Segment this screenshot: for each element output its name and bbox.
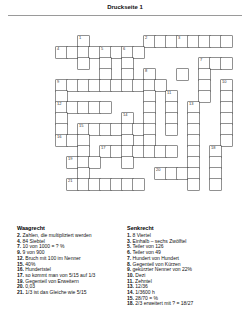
- grid-cell[interactable]: [188, 168, 199, 179]
- grid-cell[interactable]: [89, 80, 100, 91]
- grid-cell[interactable]: [133, 80, 144, 91]
- empty-cell: [111, 91, 122, 102]
- clue-number: 17: [101, 146, 105, 150]
- empty-cell: [177, 80, 188, 91]
- empty-cell: [111, 113, 122, 124]
- grid-cell[interactable]: [166, 124, 177, 135]
- empty-cell: [188, 47, 199, 58]
- empty-cell: [111, 69, 122, 80]
- page-title: Druckseite 1: [0, 4, 250, 10]
- down-header: Senkrecht: [127, 225, 233, 231]
- grid-cell[interactable]: 5: [100, 47, 111, 58]
- grid-cell[interactable]: [89, 47, 100, 58]
- grid-cell[interactable]: 13: [188, 102, 199, 113]
- clue-number: 18: [211, 146, 215, 150]
- empty-cell: [166, 179, 177, 190]
- empty-cell: [111, 157, 122, 168]
- grid-cell[interactable]: 2: [144, 36, 155, 47]
- grid-cell[interactable]: [210, 36, 221, 47]
- grid-cell[interactable]: [111, 146, 122, 157]
- grid-cell[interactable]: [133, 47, 144, 58]
- grid-cell[interactable]: [78, 157, 89, 168]
- empty-cell: [221, 47, 232, 58]
- clue-number: 2: [145, 36, 147, 40]
- grid-cell[interactable]: [155, 80, 166, 91]
- grid-cell[interactable]: [188, 179, 199, 190]
- empty-cell: [89, 146, 100, 157]
- grid-cell[interactable]: [144, 124, 155, 135]
- empty-cell: [199, 168, 210, 179]
- empty-cell: [177, 157, 188, 168]
- grid-cell[interactable]: [221, 36, 232, 47]
- empty-cell: [177, 179, 188, 190]
- grid-cell[interactable]: [199, 80, 210, 91]
- grid-cell[interactable]: [166, 146, 177, 157]
- empty-cell: [210, 102, 221, 113]
- empty-cell: [221, 157, 232, 168]
- empty-cell: [221, 179, 232, 190]
- grid-cell[interactable]: [221, 124, 232, 135]
- grid-cell[interactable]: [100, 58, 111, 69]
- grid-cell[interactable]: 7: [199, 58, 210, 69]
- grid-cell[interactable]: 1: [78, 36, 89, 47]
- grid-cell[interactable]: [221, 113, 232, 124]
- empty-cell: [133, 69, 144, 80]
- clue-number: 6: [123, 47, 125, 51]
- grid-cell[interactable]: [89, 102, 100, 113]
- empty-cell: [177, 135, 188, 146]
- grid-cell[interactable]: [144, 80, 155, 91]
- empty-cell: [78, 69, 89, 80]
- clue-number: 20: [156, 168, 160, 172]
- empty-cell: [111, 135, 122, 146]
- grid-cell[interactable]: [78, 135, 89, 146]
- empty-cell: [155, 47, 166, 58]
- grid-cell[interactable]: [122, 69, 133, 80]
- empty-cell: [155, 113, 166, 124]
- grid-cell[interactable]: [144, 91, 155, 102]
- grid-cell[interactable]: 21: [67, 179, 78, 190]
- empty-cell: [177, 102, 188, 113]
- grid-cell[interactable]: [122, 80, 133, 91]
- empty-cell: [177, 58, 188, 69]
- empty-cell: [133, 113, 144, 124]
- grid-cell[interactable]: [100, 102, 111, 113]
- grid-cell[interactable]: 16: [56, 135, 67, 146]
- grid-cell[interactable]: [100, 124, 111, 135]
- grid-cell[interactable]: [166, 102, 177, 113]
- grid-cell[interactable]: [78, 179, 89, 190]
- empty-cell: [199, 146, 210, 157]
- empty-cell: [133, 58, 144, 69]
- grid-cell[interactable]: [122, 124, 133, 135]
- grid-cell[interactable]: [199, 91, 210, 102]
- empty-cell: [199, 179, 210, 190]
- clue-number: 19: [68, 157, 72, 161]
- empty-cell: [133, 102, 144, 113]
- empty-cell: [199, 135, 210, 146]
- empty-cell: [100, 113, 111, 124]
- grid-cell[interactable]: [210, 168, 221, 179]
- empty-cell: [221, 168, 232, 179]
- grid-cell[interactable]: [89, 157, 100, 168]
- grid-cell[interactable]: [144, 135, 155, 146]
- empty-cell: [56, 179, 67, 190]
- grid-cell[interactable]: [100, 179, 111, 190]
- grid-cell[interactable]: [177, 69, 188, 80]
- grid-cell[interactable]: [155, 146, 166, 157]
- across-clue-list: 2. Zahlen, die multipliziert werden4. 84…: [17, 233, 123, 296]
- empty-cell: [199, 113, 210, 124]
- grid-cell[interactable]: 19: [67, 157, 78, 168]
- grid-cell[interactable]: [188, 124, 199, 135]
- grid-cell[interactable]: [111, 47, 122, 58]
- empty-cell: [188, 58, 199, 69]
- grid-cell[interactable]: [78, 168, 89, 179]
- grid-cell[interactable]: [221, 91, 232, 102]
- empty-cell: [155, 58, 166, 69]
- grid-cell[interactable]: [100, 80, 111, 91]
- empty-cell: [210, 69, 221, 80]
- empty-cell: [155, 102, 166, 113]
- grid-cell[interactable]: [89, 179, 100, 190]
- grid-cell[interactable]: [67, 47, 78, 58]
- empty-cell: [155, 69, 166, 80]
- empty-cell: [111, 58, 122, 69]
- empty-cell: [155, 179, 166, 190]
- crossword-grid: 123456789101112131415161718192021: [56, 36, 232, 190]
- grid-cell[interactable]: [78, 146, 89, 157]
- grid-cell[interactable]: [56, 113, 67, 124]
- empty-cell: [221, 146, 232, 157]
- clue-number: 12: [57, 102, 61, 106]
- empty-cell: [210, 113, 221, 124]
- empty-cell: [56, 146, 67, 157]
- empty-cell: [67, 124, 78, 135]
- empty-cell: [155, 91, 166, 102]
- grid-cell[interactable]: [210, 58, 221, 69]
- grid-cell[interactable]: [199, 69, 210, 80]
- grid-cell[interactable]: [100, 69, 111, 80]
- grid-cell[interactable]: [166, 113, 177, 124]
- grid-cell[interactable]: [78, 58, 89, 69]
- empty-cell: [166, 69, 177, 80]
- empty-cell: [188, 80, 199, 91]
- empty-cell: [133, 168, 144, 179]
- clue-number: 13: [189, 102, 193, 106]
- empty-cell: [210, 80, 221, 91]
- grid-cell[interactable]: [155, 36, 166, 47]
- empty-cell: [133, 157, 144, 168]
- clue-number: 10: [222, 80, 226, 84]
- empty-cell: [56, 168, 67, 179]
- empty-cell: [133, 36, 144, 47]
- empty-cell: [199, 124, 210, 135]
- empty-cell: [89, 58, 100, 69]
- grid-cell[interactable]: [78, 47, 89, 58]
- grid-cell[interactable]: [188, 135, 199, 146]
- grid-cell[interactable]: [133, 179, 144, 190]
- grid-cell[interactable]: [67, 102, 78, 113]
- grid-cell[interactable]: [210, 179, 221, 190]
- clue-number: 5: [101, 47, 103, 51]
- empty-cell: [166, 157, 177, 168]
- grid-cell[interactable]: 11: [166, 91, 177, 102]
- empty-cell: [67, 113, 78, 124]
- empty-cell: [155, 135, 166, 146]
- empty-cell: [177, 91, 188, 102]
- grid-cell[interactable]: [122, 58, 133, 69]
- empty-cell: [144, 47, 155, 58]
- clue-number: 7: [200, 58, 202, 62]
- empty-cell: [166, 58, 177, 69]
- grid-cell[interactable]: [188, 146, 199, 157]
- empty-cell: [133, 135, 144, 146]
- grid-cell[interactable]: [188, 113, 199, 124]
- empty-cell: [177, 113, 188, 124]
- empty-cell: [155, 124, 166, 135]
- grid-cell[interactable]: 9: [56, 80, 67, 91]
- down-clue-list: 1. 8 Viertel3. Einhalb – sechs Zwölftel5…: [127, 233, 233, 307]
- grid-cell[interactable]: [221, 58, 232, 69]
- grid-cell[interactable]: 15: [78, 124, 89, 135]
- clue-item: 21. 1/3 ist das Gleiche wie 5/15: [17, 290, 123, 296]
- empty-cell: [67, 69, 78, 80]
- clue-number: 14: [123, 113, 127, 117]
- empty-cell: [89, 113, 100, 124]
- empty-cell: [144, 168, 155, 179]
- empty-cell: [89, 69, 100, 80]
- clue-number: 8: [145, 69, 147, 73]
- grid-cell[interactable]: [221, 102, 232, 113]
- grid-cell[interactable]: [221, 135, 232, 146]
- clue-number: 15: [79, 124, 83, 128]
- grid-cell[interactable]: 3: [177, 36, 188, 47]
- grid-cell[interactable]: [111, 179, 122, 190]
- grid-cell[interactable]: [122, 135, 133, 146]
- grid-cell[interactable]: [67, 135, 78, 146]
- empty-cell: [111, 102, 122, 113]
- empty-cell: [144, 157, 155, 168]
- grid-cell[interactable]: [78, 80, 89, 91]
- clue-number: 1: [79, 36, 81, 40]
- grid-cell[interactable]: [144, 146, 155, 157]
- grid-cell[interactable]: 8: [144, 69, 155, 80]
- grid-cell[interactable]: [133, 124, 144, 135]
- empty-cell: [100, 91, 111, 102]
- grid-cell[interactable]: 20: [155, 168, 166, 179]
- empty-cell: [177, 146, 188, 157]
- clue-number: 4: [57, 47, 59, 51]
- grid-cell[interactable]: 12: [56, 102, 67, 113]
- empty-cell: [56, 157, 67, 168]
- grid-cell[interactable]: [177, 168, 188, 179]
- grid-cell[interactable]: [78, 102, 89, 113]
- empty-cell: [188, 69, 199, 80]
- clue-number: 11: [167, 91, 171, 95]
- empty-cell: [56, 58, 67, 69]
- grid-cell[interactable]: 17: [100, 146, 111, 157]
- empty-cell: [199, 102, 210, 113]
- empty-cell: [78, 91, 89, 102]
- grid-cell[interactable]: 10: [221, 80, 232, 91]
- empty-cell: [210, 47, 221, 58]
- grid-cell[interactable]: [166, 36, 177, 47]
- empty-cell: [67, 91, 78, 102]
- clue-number: 9: [57, 80, 59, 84]
- clue-item: 18. 2/3 erweitert mit ? = 18/27: [127, 301, 233, 307]
- empty-cell: [111, 36, 122, 47]
- empty-cell: [89, 91, 100, 102]
- grid-cell[interactable]: [188, 36, 199, 47]
- grid-cell[interactable]: [89, 124, 100, 135]
- empty-cell: [122, 91, 133, 102]
- grid-cell[interactable]: [122, 146, 133, 157]
- grid-cell[interactable]: [67, 80, 78, 91]
- empty-cell: [144, 179, 155, 190]
- grid-cell[interactable]: [111, 124, 122, 135]
- grid-cell[interactable]: [122, 157, 133, 168]
- empty-cell: [100, 157, 111, 168]
- empty-cell: [166, 135, 177, 146]
- clue-number: 3: [178, 36, 180, 40]
- empty-cell: [177, 124, 188, 135]
- empty-cell: [166, 47, 177, 58]
- empty-cell: [199, 157, 210, 168]
- empty-cell: [210, 124, 221, 135]
- grid-cell[interactable]: 14: [122, 113, 133, 124]
- header-divider: [8, 15, 242, 16]
- grid-cell[interactable]: 6: [122, 47, 133, 58]
- empty-cell: [111, 168, 122, 179]
- grid-cell[interactable]: 4: [56, 47, 67, 58]
- grid-cell[interactable]: [111, 80, 122, 91]
- grid-cell[interactable]: [210, 157, 221, 168]
- grid-cell[interactable]: [144, 102, 155, 113]
- empty-cell: [89, 168, 100, 179]
- empty-cell: [210, 91, 221, 102]
- empty-cell: [177, 47, 188, 58]
- across-clues: Waagrecht 2. Zahlen, die multipliziert w…: [17, 225, 123, 296]
- grid-cell[interactable]: [166, 168, 177, 179]
- empty-cell: [133, 91, 144, 102]
- empty-cell: [89, 135, 100, 146]
- grid-cell[interactable]: [133, 146, 144, 157]
- grid-cell[interactable]: [199, 36, 210, 47]
- empty-cell: [100, 168, 111, 179]
- grid-cell[interactable]: [188, 157, 199, 168]
- empty-cell: [89, 36, 100, 47]
- empty-cell: [67, 58, 78, 69]
- across-header: Waagrecht: [17, 225, 123, 231]
- empty-cell: [122, 168, 133, 179]
- down-clues: Senkrecht 1. 8 Viertel3. Einhalb – sechs…: [127, 225, 233, 307]
- grid-cell[interactable]: [122, 179, 133, 190]
- clue-number: 21: [68, 179, 72, 183]
- empty-cell: [67, 36, 78, 47]
- clue-number: 16: [57, 135, 61, 139]
- grid-cell[interactable]: [144, 113, 155, 124]
- grid-cell[interactable]: 18: [210, 146, 221, 157]
